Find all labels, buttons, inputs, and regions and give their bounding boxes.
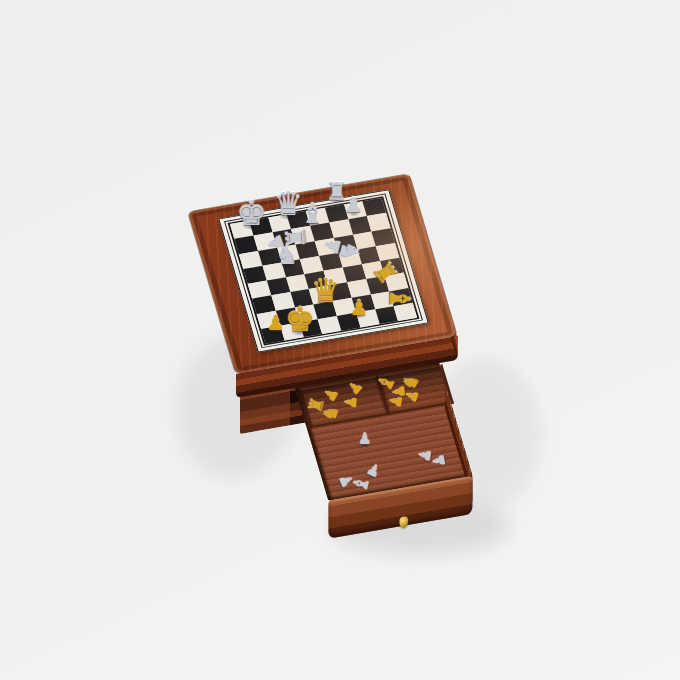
board-pieces-layer: ♚♛♜♝♟♞♟♜♟♞♛♚♟♟♜♝ xyxy=(0,0,680,680)
bishop-glyph: ♝ xyxy=(385,287,412,311)
king-glyph: ♚ xyxy=(236,196,266,230)
rook-glyph: ♜ xyxy=(282,225,309,250)
queen-glyph: ♛ xyxy=(274,187,304,220)
pawn-glyph: ♟ xyxy=(350,298,369,319)
rook-glyph: ♜ xyxy=(368,256,401,289)
bishop-glyph: ♝ xyxy=(301,200,325,227)
knight-glyph: ♞ xyxy=(334,238,364,266)
king-glyph: ♚ xyxy=(285,302,315,336)
queen-glyph: ♛ xyxy=(311,275,341,308)
scene: ♜♟♟♞♟♝♟♞♟♟♟♟♝♟♟♟ ♚♛♜♝♟♞♟♜♟♞♛♚♟♟♜♝ xyxy=(0,0,680,680)
pawn-glyph: ♟ xyxy=(344,195,363,216)
pawn-glyph: ♟ xyxy=(266,313,285,334)
